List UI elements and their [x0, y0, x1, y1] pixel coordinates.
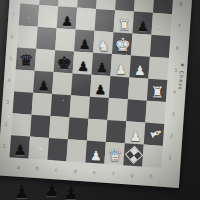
square-f2[interactable]: [106, 120, 126, 143]
square-g1[interactable]: [123, 143, 143, 166]
square-b5[interactable]: [35, 49, 55, 72]
square-a5[interactable]: ♛: [16, 47, 36, 70]
black-king-c5[interactable]: ♚: [56, 55, 72, 72]
captured-piece-1[interactable]: ♟: [44, 182, 59, 199]
black-queen-a5[interactable]: ♛: [18, 53, 33, 69]
square-f7[interactable]: ♜: [114, 10, 134, 33]
square-e2[interactable]: [87, 119, 107, 142]
square-d2[interactable]: [68, 117, 88, 140]
black-pawn-d6[interactable]: ♟: [78, 38, 90, 51]
square-g6[interactable]: [131, 33, 151, 56]
white-bishop-h2[interactable]: ♝: [147, 125, 165, 142]
square-h5[interactable]: [148, 57, 168, 80]
square-c3[interactable]: [51, 94, 71, 117]
square-e6[interactable]: ♞: [93, 31, 113, 54]
black-pawn-a1[interactable]: ♟: [13, 143, 26, 157]
square-d1[interactable]: [66, 139, 86, 162]
square-d4[interactable]: [71, 73, 91, 96]
square-f6[interactable]: ♚: [112, 32, 132, 55]
square-a2[interactable]: [11, 113, 31, 136]
square-a1[interactable]: ♟: [10, 135, 30, 158]
square-h7[interactable]: [151, 13, 171, 36]
square-e4[interactable]: ♟: [90, 75, 110, 98]
brand-name: Chess: [178, 71, 185, 91]
square-e5[interactable]: ♟: [91, 53, 111, 76]
white-pawn-g5[interactable]: ♟: [133, 64, 145, 77]
square-h3[interactable]: [145, 101, 165, 124]
square-d7[interactable]: [76, 8, 96, 31]
white-queen-f1[interactable]: ♛: [107, 147, 122, 163]
square-g7[interactable]: ♟: [132, 12, 152, 35]
chess-board: ♟♜♟♟♞♚♛♚♟♟♟♟♟♟♜♟♝♟♟♛ abcdefgh 87654321 8…: [0, 0, 193, 188]
square-d5[interactable]: ♟: [73, 51, 93, 74]
white-pawn-e1[interactable]: ♟: [89, 149, 101, 162]
black-pawn-d5[interactable]: ♟: [77, 60, 89, 73]
square-h6[interactable]: [150, 35, 170, 58]
square-b4[interactable]: ♟: [33, 71, 53, 94]
black-pawn-b4[interactable]: ♟: [37, 79, 49, 92]
white-rook-f7[interactable]: ♜: [117, 18, 130, 32]
white-king-f6[interactable]: ♚: [114, 36, 130, 54]
square-e7[interactable]: [95, 9, 115, 32]
square-f5[interactable]: ♟: [110, 54, 130, 77]
square-e3[interactable]: [88, 97, 108, 120]
square-a4[interactable]: [14, 69, 34, 92]
square-e1[interactable]: ♟: [85, 141, 105, 164]
square-g4[interactable]: [128, 77, 148, 100]
square-g3[interactable]: [126, 99, 146, 122]
square-b2[interactable]: [30, 115, 50, 138]
square-b3[interactable]: [32, 93, 52, 116]
board-brand-text: ◈ Chess: [171, 45, 187, 106]
square-h1[interactable]: [142, 145, 162, 168]
brand-logo-icon: ◈: [179, 61, 185, 68]
square-c7[interactable]: ♟: [57, 6, 77, 29]
square-c4[interactable]: [52, 72, 72, 95]
square-c2[interactable]: [49, 116, 69, 139]
square-d3[interactable]: [69, 95, 89, 118]
square-a6[interactable]: [17, 26, 37, 49]
square-h2[interactable]: ♝: [144, 123, 164, 146]
square-a7[interactable]: [19, 4, 39, 27]
square-c1[interactable]: [47, 138, 67, 161]
white-pawn-f5[interactable]: ♟: [115, 63, 127, 76]
captured-piece-0[interactable]: ♟: [14, 184, 29, 200]
black-pawn-g7[interactable]: ♟: [137, 20, 149, 33]
square-b6[interactable]: [36, 27, 56, 50]
photo-stage: ♟♜♟♟♞♚♛♚♟♟♟♟♟♟♜♟♝♟♟♛ abcdefgh 87654321 8…: [0, 0, 200, 200]
square-g5[interactable]: ♟: [129, 55, 149, 78]
square-h8[interactable]: [153, 0, 173, 14]
square-b7[interactable]: [38, 5, 58, 28]
black-pawn-e4[interactable]: ♟: [94, 83, 106, 96]
captured-piece-2[interactable]: ♟: [63, 185, 78, 200]
square-f1[interactable]: ♛: [104, 142, 124, 165]
square-h4[interactable]: ♜: [147, 79, 167, 102]
square-d6[interactable]: ♟: [74, 30, 94, 53]
square-g2[interactable]: ♟: [125, 121, 145, 144]
white-rook-h4[interactable]: ♜: [150, 85, 164, 100]
board-corner-logo: [126, 147, 142, 163]
black-pawn-e5[interactable]: ♟: [96, 61, 108, 74]
square-a3[interactable]: [13, 91, 33, 114]
white-pawn-g2[interactable]: ♟: [129, 130, 141, 143]
white-knight-e6[interactable]: ♞: [97, 38, 110, 52]
square-c5[interactable]: ♚: [54, 50, 74, 73]
black-pawn-c7[interactable]: ♟: [61, 15, 73, 28]
square-c6[interactable]: [55, 28, 75, 51]
square-f4[interactable]: [109, 76, 129, 99]
board-grid: ♟♜♟♟♞♚♛♚♟♟♟♟♟♟♜♟♝♟♟♛: [10, 0, 174, 168]
square-f3[interactable]: [107, 98, 127, 121]
